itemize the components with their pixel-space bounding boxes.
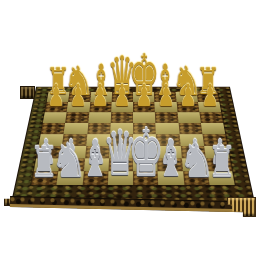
square-g6[interactable] [177, 112, 201, 123]
piece-gold-pawn-b7[interactable]: ♟ [69, 80, 86, 111]
piece-gold-pawn-c7[interactable]: ♟ [91, 80, 108, 111]
piece-gold-pawn-h7[interactable]: ♟ [202, 80, 219, 111]
pieces-layer: ♜♞♝♛♚♝♞♜♟♟♟♟♟♟♟♟♟♟♟♟♟♟♟♟♜♞♝♛♚♝♞♜ [0, 0, 265, 265]
square-h6[interactable] [199, 112, 223, 123]
piece-gold-pawn-e7[interactable]: ♟ [135, 80, 152, 111]
piece-silver-rook-h1[interactable]: ♜ [208, 141, 236, 184]
piece-gold-pawn-g7[interactable]: ♟ [179, 80, 196, 111]
square-b6[interactable] [65, 112, 89, 123]
chess-set-photo: ♜♞♝♛♚♝♞♜♟♟♟♟♟♟♟♟♟♟♟♟♟♟♟♟♜♞♝♛♚♝♞♜ [0, 0, 265, 265]
piece-gold-pawn-d7[interactable]: ♟ [113, 80, 130, 111]
square-a6[interactable] [43, 112, 67, 123]
piece-gold-pawn-a7[interactable]: ♟ [47, 80, 64, 111]
piece-gold-pawn-f7[interactable]: ♟ [157, 80, 174, 111]
